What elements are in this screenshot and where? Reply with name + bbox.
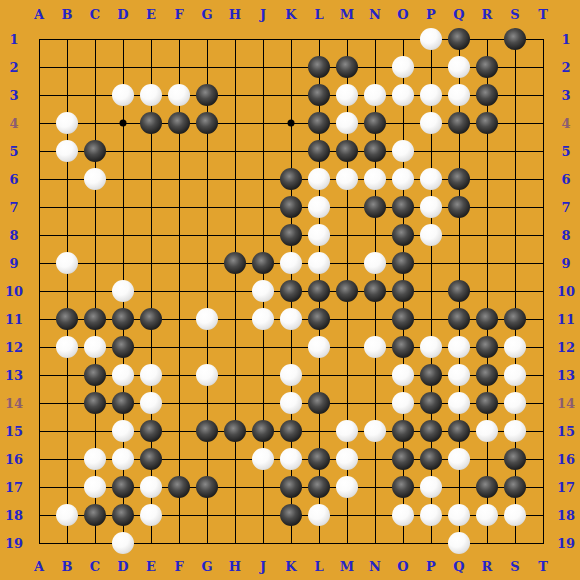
stone-black-Q10[interactable]	[448, 280, 470, 302]
stone-white-N12[interactable]	[364, 336, 386, 358]
row-label-left-13: 13	[5, 369, 23, 382]
col-label-top-L: L	[314, 8, 323, 21]
stone-white-Q16[interactable]	[448, 448, 470, 470]
stone-black-R2[interactable]	[476, 56, 498, 78]
stone-black-Q7[interactable]	[448, 196, 470, 218]
stone-black-D11[interactable]	[112, 308, 134, 330]
row-label-left-11: 11	[5, 313, 23, 326]
stone-black-G15[interactable]	[196, 420, 218, 442]
stone-black-M10[interactable]	[336, 280, 358, 302]
stone-white-M6[interactable]	[336, 168, 358, 190]
stone-black-Q6[interactable]	[448, 168, 470, 190]
stone-black-S16[interactable]	[504, 448, 526, 470]
stone-black-K15[interactable]	[280, 420, 302, 442]
row-label-right-12: 12	[557, 341, 575, 354]
stone-white-E18[interactable]	[140, 504, 162, 526]
stone-black-R13[interactable]	[476, 364, 498, 386]
col-label-bottom-P: P	[426, 560, 436, 573]
stone-white-D10[interactable]	[112, 280, 134, 302]
stone-white-Q12[interactable]	[448, 336, 470, 358]
row-label-right-17: 17	[557, 481, 575, 494]
row-label-left-4: 4	[9, 117, 18, 130]
stone-white-B18[interactable]	[56, 504, 78, 526]
stone-white-E14[interactable]	[140, 392, 162, 414]
stone-black-R11[interactable]	[476, 308, 498, 330]
stone-white-M4[interactable]	[336, 112, 358, 134]
stone-black-L17[interactable]	[308, 476, 330, 498]
stone-white-P6[interactable]	[420, 168, 442, 190]
col-label-top-B: B	[62, 8, 73, 21]
row-label-left-7: 7	[9, 201, 18, 214]
stone-black-K10[interactable]	[280, 280, 302, 302]
stone-white-L7[interactable]	[308, 196, 330, 218]
row-label-right-8: 8	[561, 229, 570, 242]
col-label-bottom-N: N	[369, 560, 381, 573]
stone-black-R12[interactable]	[476, 336, 498, 358]
stone-white-C16[interactable]	[84, 448, 106, 470]
stone-black-N7[interactable]	[364, 196, 386, 218]
row-label-right-3: 3	[561, 89, 570, 102]
stone-black-O9[interactable]	[392, 252, 414, 274]
col-label-bottom-S: S	[510, 560, 519, 573]
stone-white-L9[interactable]	[308, 252, 330, 274]
stone-black-E4[interactable]	[140, 112, 162, 134]
stone-white-L18[interactable]	[308, 504, 330, 526]
stone-black-N5[interactable]	[364, 140, 386, 162]
col-label-bottom-E: E	[146, 560, 156, 573]
row-label-right-1: 1	[561, 33, 570, 46]
stone-white-O13[interactable]	[392, 364, 414, 386]
col-label-top-G: G	[201, 8, 212, 21]
stone-white-O6[interactable]	[392, 168, 414, 190]
stone-black-R14[interactable]	[476, 392, 498, 414]
stone-white-O5[interactable]	[392, 140, 414, 162]
stone-black-F4[interactable]	[168, 112, 190, 134]
row-label-left-17: 17	[5, 481, 23, 494]
row-label-right-4: 4	[561, 117, 570, 130]
hoshi-point-D4	[120, 120, 127, 127]
stone-white-N3[interactable]	[364, 84, 386, 106]
stone-white-G11[interactable]	[196, 308, 218, 330]
col-label-bottom-K: K	[285, 560, 296, 573]
stone-white-C12[interactable]	[84, 336, 106, 358]
stone-black-G3[interactable]	[196, 84, 218, 106]
col-label-bottom-R: R	[482, 560, 493, 573]
col-label-bottom-H: H	[229, 560, 241, 573]
stone-white-F3[interactable]	[168, 84, 190, 106]
stone-white-P17[interactable]	[420, 476, 442, 498]
col-label-top-N: N	[369, 8, 381, 21]
row-label-right-10: 10	[557, 285, 575, 298]
row-label-right-7: 7	[561, 201, 570, 214]
stone-black-O10[interactable]	[392, 280, 414, 302]
stone-white-B4[interactable]	[56, 112, 78, 134]
row-label-right-6: 6	[561, 173, 570, 186]
stone-black-D17[interactable]	[112, 476, 134, 498]
row-label-left-14: 14	[5, 397, 23, 410]
stone-white-D16[interactable]	[112, 448, 134, 470]
stone-black-K18[interactable]	[280, 504, 302, 526]
col-label-top-K: K	[285, 8, 296, 21]
stone-white-K9[interactable]	[280, 252, 302, 274]
stone-black-O15[interactable]	[392, 420, 414, 442]
row-label-left-19: 19	[5, 537, 23, 550]
stone-white-K13[interactable]	[280, 364, 302, 386]
col-label-top-E: E	[146, 8, 156, 21]
col-label-top-M: M	[340, 8, 354, 21]
stone-black-C5[interactable]	[84, 140, 106, 162]
stone-black-O7[interactable]	[392, 196, 414, 218]
stone-black-J9[interactable]	[252, 252, 274, 274]
stone-white-O14[interactable]	[392, 392, 414, 414]
col-label-top-A: A	[34, 8, 44, 21]
stone-black-O12[interactable]	[392, 336, 414, 358]
stone-white-Q13[interactable]	[448, 364, 470, 386]
stone-black-N10[interactable]	[364, 280, 386, 302]
stone-white-L6[interactable]	[308, 168, 330, 190]
stone-black-R4[interactable]	[476, 112, 498, 134]
stone-white-L12[interactable]	[308, 336, 330, 358]
stone-white-D19[interactable]	[112, 532, 134, 554]
stone-black-J15[interactable]	[252, 420, 274, 442]
stone-white-J16[interactable]	[252, 448, 274, 470]
col-label-top-R: R	[482, 8, 493, 21]
stone-black-K8[interactable]	[280, 224, 302, 246]
stone-black-P15[interactable]	[420, 420, 442, 442]
stone-white-P3[interactable]	[420, 84, 442, 106]
stone-black-C13[interactable]	[84, 364, 106, 386]
col-label-top-O: O	[397, 8, 408, 21]
row-label-right-15: 15	[557, 425, 575, 438]
row-label-right-14: 14	[557, 397, 575, 410]
stone-white-B12[interactable]	[56, 336, 78, 358]
stone-white-C6[interactable]	[84, 168, 106, 190]
col-label-top-P: P	[426, 8, 436, 21]
col-label-bottom-D: D	[117, 560, 128, 573]
col-label-top-S: S	[510, 8, 519, 21]
row-label-left-6: 6	[9, 173, 18, 186]
col-label-bottom-B: B	[62, 560, 73, 573]
stone-white-M17[interactable]	[336, 476, 358, 498]
stone-black-O8[interactable]	[392, 224, 414, 246]
stone-white-L8[interactable]	[308, 224, 330, 246]
col-label-bottom-A: A	[34, 560, 44, 573]
stone-white-O18[interactable]	[392, 504, 414, 526]
col-label-bottom-J: J	[260, 560, 266, 573]
row-label-right-18: 18	[557, 509, 575, 522]
stone-black-Q4[interactable]	[448, 112, 470, 134]
stone-black-E15[interactable]	[140, 420, 162, 442]
stone-black-S11[interactable]	[504, 308, 526, 330]
row-label-left-2: 2	[9, 61, 18, 74]
stone-black-L3[interactable]	[308, 84, 330, 106]
row-label-left-9: 9	[9, 257, 18, 270]
stone-white-D15[interactable]	[112, 420, 134, 442]
stone-black-Q11[interactable]	[448, 308, 470, 330]
stone-white-E3[interactable]	[140, 84, 162, 106]
row-label-left-16: 16	[5, 453, 23, 466]
stone-black-L4[interactable]	[308, 112, 330, 134]
stone-black-K6[interactable]	[280, 168, 302, 190]
stone-black-P13[interactable]	[420, 364, 442, 386]
col-label-top-D: D	[117, 8, 128, 21]
stone-white-S15[interactable]	[504, 420, 526, 442]
stone-white-O3[interactable]	[392, 84, 414, 106]
col-label-bottom-L: L	[314, 560, 323, 573]
stone-white-Q2[interactable]	[448, 56, 470, 78]
stone-black-H15[interactable]	[224, 420, 246, 442]
stone-black-Q15[interactable]	[448, 420, 470, 442]
stone-white-R15[interactable]	[476, 420, 498, 442]
go-board[interactable]: AABBCCDDEEFFGGHHJJKKLLMMNNOOPPQQRRSSTT11…	[0, 0, 580, 580]
stone-white-B9[interactable]	[56, 252, 78, 274]
stone-white-P4[interactable]	[420, 112, 442, 134]
col-label-bottom-F: F	[174, 560, 183, 573]
col-label-bottom-M: M	[340, 560, 354, 573]
col-label-top-J: J	[260, 8, 266, 21]
stone-white-S14[interactable]	[504, 392, 526, 414]
stone-white-Q3[interactable]	[448, 84, 470, 106]
stone-black-L14[interactable]	[308, 392, 330, 414]
stone-white-Q18[interactable]	[448, 504, 470, 526]
stone-white-J11[interactable]	[252, 308, 274, 330]
stone-white-M3[interactable]	[336, 84, 358, 106]
stone-black-D12[interactable]	[112, 336, 134, 358]
col-label-bottom-T: T	[538, 560, 548, 573]
stone-black-L10[interactable]	[308, 280, 330, 302]
stone-black-F17[interactable]	[168, 476, 190, 498]
stone-black-P14[interactable]	[420, 392, 442, 414]
stone-white-E17[interactable]	[140, 476, 162, 498]
row-label-right-2: 2	[561, 61, 570, 74]
row-label-left-18: 18	[5, 509, 23, 522]
stone-white-K14[interactable]	[280, 392, 302, 414]
stone-black-G17[interactable]	[196, 476, 218, 498]
stone-white-S12[interactable]	[504, 336, 526, 358]
stone-black-R3[interactable]	[476, 84, 498, 106]
stone-black-C18[interactable]	[84, 504, 106, 526]
stone-black-G4[interactable]	[196, 112, 218, 134]
stone-white-P8[interactable]	[420, 224, 442, 246]
stone-white-R18[interactable]	[476, 504, 498, 526]
col-label-top-C: C	[90, 8, 100, 21]
col-label-bottom-G: G	[201, 560, 212, 573]
col-label-top-Q: Q	[453, 8, 464, 21]
stone-black-M2[interactable]	[336, 56, 358, 78]
hoshi-point-K4	[288, 120, 295, 127]
stone-white-P18[interactable]	[420, 504, 442, 526]
row-label-left-3: 3	[9, 89, 18, 102]
stone-white-N6[interactable]	[364, 168, 386, 190]
stone-black-D14[interactable]	[112, 392, 134, 414]
stone-white-P1[interactable]	[420, 28, 442, 50]
stone-white-E13[interactable]	[140, 364, 162, 386]
col-label-bottom-C: C	[90, 560, 100, 573]
stone-black-E16[interactable]	[140, 448, 162, 470]
stone-black-E11[interactable]	[140, 308, 162, 330]
stone-white-Q14[interactable]	[448, 392, 470, 414]
row-label-right-11: 11	[557, 313, 575, 326]
stone-black-K17[interactable]	[280, 476, 302, 498]
stone-black-R17[interactable]	[476, 476, 498, 498]
stone-black-O17[interactable]	[392, 476, 414, 498]
stone-black-M5[interactable]	[336, 140, 358, 162]
row-label-right-13: 13	[557, 369, 575, 382]
stone-black-O16[interactable]	[392, 448, 414, 470]
stone-white-N9[interactable]	[364, 252, 386, 274]
stone-black-O11[interactable]	[392, 308, 414, 330]
stone-white-D3[interactable]	[112, 84, 134, 106]
col-label-bottom-O: O	[397, 560, 408, 573]
stone-white-M16[interactable]	[336, 448, 358, 470]
row-label-left-1: 1	[9, 33, 18, 46]
stone-white-N15[interactable]	[364, 420, 386, 442]
stone-white-C17[interactable]	[84, 476, 106, 498]
grid-line-vertical	[543, 39, 544, 544]
stone-white-S13[interactable]	[504, 364, 526, 386]
stone-white-M15[interactable]	[336, 420, 358, 442]
stone-black-L11[interactable]	[308, 308, 330, 330]
stone-black-B11[interactable]	[56, 308, 78, 330]
col-label-top-H: H	[229, 8, 241, 21]
stone-black-L5[interactable]	[308, 140, 330, 162]
row-label-left-5: 5	[9, 145, 18, 158]
stone-white-J10[interactable]	[252, 280, 274, 302]
stone-white-K11[interactable]	[280, 308, 302, 330]
row-label-right-16: 16	[557, 453, 575, 466]
stone-black-K7[interactable]	[280, 196, 302, 218]
stone-white-P12[interactable]	[420, 336, 442, 358]
stone-white-S18[interactable]	[504, 504, 526, 526]
stone-white-P7[interactable]	[420, 196, 442, 218]
col-label-top-F: F	[174, 8, 183, 21]
stone-white-G13[interactable]	[196, 364, 218, 386]
stone-white-Q19[interactable]	[448, 532, 470, 554]
row-label-left-8: 8	[9, 229, 18, 242]
col-label-top-T: T	[538, 8, 548, 21]
stone-white-D13[interactable]	[112, 364, 134, 386]
stone-white-K16[interactable]	[280, 448, 302, 470]
stone-white-B5[interactable]	[56, 140, 78, 162]
stone-black-H9[interactable]	[224, 252, 246, 274]
stone-black-D18[interactable]	[112, 504, 134, 526]
stone-black-L16[interactable]	[308, 448, 330, 470]
stone-black-N4[interactable]	[364, 112, 386, 134]
stone-white-O2[interactable]	[392, 56, 414, 78]
stone-black-C14[interactable]	[84, 392, 106, 414]
stone-black-S1[interactable]	[504, 28, 526, 50]
stone-black-P16[interactable]	[420, 448, 442, 470]
stone-black-Q1[interactable]	[448, 28, 470, 50]
stone-black-S17[interactable]	[504, 476, 526, 498]
stone-black-C11[interactable]	[84, 308, 106, 330]
stone-black-L2[interactable]	[308, 56, 330, 78]
row-label-right-19: 19	[557, 537, 575, 550]
row-label-left-10: 10	[5, 285, 23, 298]
row-label-left-15: 15	[5, 425, 23, 438]
row-label-left-12: 12	[5, 341, 23, 354]
row-label-right-5: 5	[561, 145, 570, 158]
row-label-right-9: 9	[561, 257, 570, 270]
col-label-bottom-Q: Q	[453, 560, 464, 573]
